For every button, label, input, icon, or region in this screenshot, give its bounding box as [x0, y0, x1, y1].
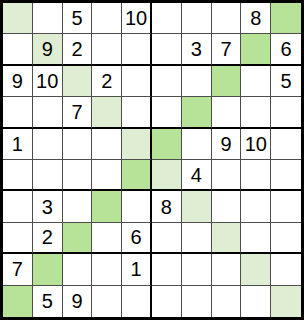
cell-r8c4[interactable] [92, 223, 122, 254]
cell-r6c10[interactable] [271, 160, 301, 191]
cell-r7c2[interactable]: 3 [33, 191, 63, 222]
cell-r3c7[interactable] [182, 66, 212, 97]
cell-r5c3[interactable] [63, 129, 93, 160]
cell-r9c10[interactable] [271, 254, 301, 285]
cell-r9c1[interactable]: 7 [3, 254, 33, 285]
cell-r10c1[interactable] [3, 286, 33, 317]
cell-r10c6[interactable] [152, 286, 182, 317]
cell-r7c5[interactable] [122, 191, 152, 222]
cell-r2c10[interactable]: 6 [271, 34, 301, 65]
cell-r7c4[interactable] [92, 191, 122, 222]
cell-r6c7[interactable]: 4 [182, 160, 212, 191]
cell-r4c1[interactable] [3, 97, 33, 128]
cell-r3c4[interactable]: 2 [92, 66, 122, 97]
cell-r7c8[interactable] [212, 191, 242, 222]
cell-r6c5[interactable] [122, 160, 152, 191]
cell-r4c8[interactable] [212, 97, 242, 128]
cell-r1c10[interactable] [271, 3, 301, 34]
cell-r6c4[interactable] [92, 160, 122, 191]
cell-r3c5[interactable] [122, 66, 152, 97]
cell-r5c1[interactable]: 1 [3, 129, 33, 160]
cell-r4c3[interactable]: 7 [63, 97, 93, 128]
cell-r3c3[interactable] [63, 66, 93, 97]
cell-r9c4[interactable] [92, 254, 122, 285]
cell-r10c3[interactable]: 9 [63, 286, 93, 317]
cell-r2c3[interactable]: 2 [63, 34, 93, 65]
cell-r7c6[interactable]: 8 [152, 191, 182, 222]
cell-r7c1[interactable] [3, 191, 33, 222]
cell-r1c5[interactable]: 10 [122, 3, 152, 34]
cell-r2c4[interactable] [92, 34, 122, 65]
cell-r4c5[interactable] [122, 97, 152, 128]
cell-r6c3[interactable] [63, 160, 93, 191]
cell-r9c3[interactable] [63, 254, 93, 285]
cell-r1c7[interactable] [182, 3, 212, 34]
cell-r2c2[interactable]: 9 [33, 34, 63, 65]
cell-r1c8[interactable] [212, 3, 242, 34]
cell-r9c2[interactable] [33, 254, 63, 285]
cell-r5c4[interactable] [92, 129, 122, 160]
cell-r4c6[interactable] [152, 97, 182, 128]
cell-r9c6[interactable] [152, 254, 182, 285]
cell-r8c6[interactable] [152, 223, 182, 254]
cell-r6c6[interactable] [152, 160, 182, 191]
cell-r1c4[interactable] [92, 3, 122, 34]
cell-r5c9[interactable]: 10 [241, 129, 271, 160]
cell-r3c9[interactable] [241, 66, 271, 97]
cell-r8c3[interactable] [63, 223, 93, 254]
cell-r5c2[interactable] [33, 129, 63, 160]
cell-r7c3[interactable] [63, 191, 93, 222]
cell-r2c5[interactable] [122, 34, 152, 65]
cell-r4c10[interactable] [271, 97, 301, 128]
cell-r1c1[interactable] [3, 3, 33, 34]
cell-r10c5[interactable] [122, 286, 152, 317]
cell-r1c6[interactable] [152, 3, 182, 34]
cell-r9c5[interactable]: 1 [122, 254, 152, 285]
cell-r6c2[interactable] [33, 160, 63, 191]
cell-r5c8[interactable]: 9 [212, 129, 242, 160]
cell-r2c1[interactable] [3, 34, 33, 65]
cell-r1c9[interactable]: 8 [241, 3, 271, 34]
cell-r6c8[interactable] [212, 160, 242, 191]
cell-r8c5[interactable]: 6 [122, 223, 152, 254]
cell-r5c10[interactable] [271, 129, 301, 160]
cell-r8c1[interactable] [3, 223, 33, 254]
cell-r10c10[interactable] [271, 286, 301, 317]
cell-r6c9[interactable] [241, 160, 271, 191]
cell-r4c7[interactable] [182, 97, 212, 128]
cell-r3c8[interactable] [212, 66, 242, 97]
cell-r7c9[interactable] [241, 191, 271, 222]
cell-r4c4[interactable] [92, 97, 122, 128]
cell-r5c7[interactable] [182, 129, 212, 160]
cell-r3c6[interactable] [152, 66, 182, 97]
cell-r3c2[interactable]: 10 [33, 66, 63, 97]
cell-r4c2[interactable] [33, 97, 63, 128]
cell-r4c9[interactable] [241, 97, 271, 128]
cell-r10c9[interactable] [241, 286, 271, 317]
cell-r9c7[interactable] [182, 254, 212, 285]
cell-r2c6[interactable] [152, 34, 182, 65]
cell-r3c1[interactable]: 9 [3, 66, 33, 97]
cell-r8c8[interactable] [212, 223, 242, 254]
cell-r2c9[interactable] [241, 34, 271, 65]
sudoku-board: 5108923769102571910438267159 [0, 0, 304, 320]
cell-r8c2[interactable]: 2 [33, 223, 63, 254]
cell-r3c10[interactable]: 5 [271, 66, 301, 97]
cell-r10c2[interactable]: 5 [33, 286, 63, 317]
cell-r6c1[interactable] [3, 160, 33, 191]
cell-r9c9[interactable] [241, 254, 271, 285]
cell-r1c2[interactable] [33, 3, 63, 34]
cell-r10c8[interactable] [212, 286, 242, 317]
cell-r7c7[interactable] [182, 191, 212, 222]
cell-r2c7[interactable]: 3 [182, 34, 212, 65]
cell-r8c10[interactable] [271, 223, 301, 254]
cell-r8c9[interactable] [241, 223, 271, 254]
cell-r1c3[interactable]: 5 [63, 3, 93, 34]
cell-r5c6[interactable] [152, 129, 182, 160]
cell-r7c10[interactable] [271, 191, 301, 222]
cell-r10c7[interactable] [182, 286, 212, 317]
cell-r5c5[interactable] [122, 129, 152, 160]
cell-r9c8[interactable] [212, 254, 242, 285]
cell-r10c4[interactable] [92, 286, 122, 317]
cell-r8c7[interactable] [182, 223, 212, 254]
cell-r2c8[interactable]: 7 [212, 34, 242, 65]
